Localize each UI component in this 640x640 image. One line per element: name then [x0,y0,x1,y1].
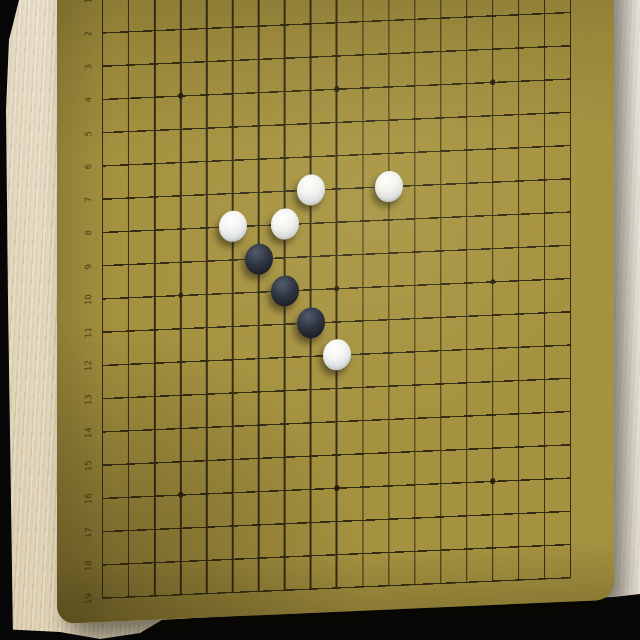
photo-scene: 12345678910111213141516171819 [0,0,640,640]
row-label: 11 [82,323,93,343]
row-label: 7 [82,190,93,210]
white-stone[interactable] [323,339,351,371]
star-point [178,492,184,498]
star-point [490,479,496,485]
star-point [334,485,340,491]
row-label: 18 [82,555,93,575]
row-label: 8 [82,223,93,243]
white-stone[interactable] [219,211,247,243]
board-grid[interactable]: 12345678910111213141516171819 [102,0,571,599]
row-label: 2 [82,23,93,43]
go-board-mat: 12345678910111213141516171819 [57,0,614,624]
black-stone[interactable] [297,307,325,339]
row-label: 5 [82,123,93,143]
row-label: 17 [82,522,93,542]
row-label: 4 [82,90,93,110]
star-point [490,279,496,285]
white-stone[interactable] [271,208,299,240]
row-label: 6 [82,156,93,176]
row-label: 1 [82,0,93,11]
row-label: 14 [82,422,93,442]
star-point [334,86,340,92]
row-label: 10 [82,289,93,309]
white-stone[interactable] [297,174,325,206]
row-label: 13 [82,389,93,409]
row-label: 12 [82,356,93,376]
star-point [334,286,340,292]
row-label: 19 [82,589,93,609]
star-point [178,93,184,99]
row-label: 15 [82,456,93,476]
black-stone[interactable] [271,275,299,307]
row-label: 3 [82,57,93,77]
row-label: 16 [82,489,93,509]
row-label: 9 [82,256,93,276]
star-point [490,80,496,86]
white-stone[interactable] [375,171,403,203]
black-stone[interactable] [245,243,273,275]
star-point [178,293,184,299]
